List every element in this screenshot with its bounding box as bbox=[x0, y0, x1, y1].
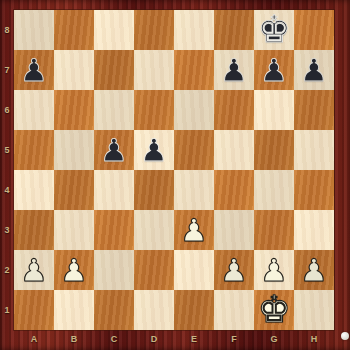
white-pawn[interactable]: ♟ bbox=[180, 210, 208, 250]
square-b6[interactable] bbox=[54, 90, 94, 130]
white-pawn[interactable]: ♟ bbox=[20, 250, 48, 290]
square-g6[interactable] bbox=[254, 90, 294, 130]
square-h5[interactable] bbox=[294, 130, 334, 170]
chess-diagram: ♚♟♟♟♟♟♟♟♟♟♟♟♟♚ 87654321 ABCDEFGH bbox=[0, 0, 350, 350]
square-b8[interactable] bbox=[54, 10, 94, 50]
square-e8[interactable] bbox=[174, 10, 214, 50]
file-label: F bbox=[214, 332, 254, 346]
rank-label: 5 bbox=[0, 130, 14, 170]
rank-label: 4 bbox=[0, 170, 14, 210]
square-d5[interactable]: ♟ bbox=[134, 130, 174, 170]
file-label: B bbox=[54, 332, 94, 346]
square-h4[interactable] bbox=[294, 170, 334, 210]
square-a6[interactable] bbox=[14, 90, 54, 130]
square-g5[interactable] bbox=[254, 130, 294, 170]
square-a1[interactable] bbox=[14, 290, 54, 330]
white-pawn[interactable]: ♟ bbox=[220, 250, 248, 290]
black-king[interactable]: ♚ bbox=[257, 10, 290, 50]
square-d8[interactable] bbox=[134, 10, 174, 50]
square-f1[interactable] bbox=[214, 290, 254, 330]
rank-label: 3 bbox=[0, 210, 14, 250]
square-e5[interactable] bbox=[174, 130, 214, 170]
square-e4[interactable] bbox=[174, 170, 214, 210]
black-pawn[interactable]: ♟ bbox=[220, 50, 248, 90]
square-f7[interactable]: ♟ bbox=[214, 50, 254, 90]
square-b4[interactable] bbox=[54, 170, 94, 210]
square-b2[interactable]: ♟ bbox=[54, 250, 94, 290]
square-c8[interactable] bbox=[94, 10, 134, 50]
square-h7[interactable]: ♟ bbox=[294, 50, 334, 90]
square-e2[interactable] bbox=[174, 250, 214, 290]
square-b5[interactable] bbox=[54, 130, 94, 170]
file-label: C bbox=[94, 332, 134, 346]
square-f2[interactable]: ♟ bbox=[214, 250, 254, 290]
file-label: G bbox=[254, 332, 294, 346]
square-h8[interactable] bbox=[294, 10, 334, 50]
square-a8[interactable] bbox=[14, 10, 54, 50]
square-h2[interactable]: ♟ bbox=[294, 250, 334, 290]
square-a4[interactable] bbox=[14, 170, 54, 210]
square-d3[interactable] bbox=[134, 210, 174, 250]
square-g4[interactable] bbox=[254, 170, 294, 210]
square-c3[interactable] bbox=[94, 210, 134, 250]
file-label: H bbox=[294, 332, 334, 346]
square-f3[interactable] bbox=[214, 210, 254, 250]
rank-label: 1 bbox=[0, 290, 14, 330]
square-e6[interactable] bbox=[174, 90, 214, 130]
square-g7[interactable]: ♟ bbox=[254, 50, 294, 90]
square-f8[interactable] bbox=[214, 10, 254, 50]
square-e1[interactable] bbox=[174, 290, 214, 330]
rank-label: 8 bbox=[0, 10, 14, 50]
square-f4[interactable] bbox=[214, 170, 254, 210]
square-g1[interactable]: ♚ bbox=[254, 290, 294, 330]
square-h6[interactable] bbox=[294, 90, 334, 130]
rank-label: 2 bbox=[0, 250, 14, 290]
black-pawn[interactable]: ♟ bbox=[260, 50, 288, 90]
square-b1[interactable] bbox=[54, 290, 94, 330]
square-d6[interactable] bbox=[134, 90, 174, 130]
square-b3[interactable] bbox=[54, 210, 94, 250]
square-c1[interactable] bbox=[94, 290, 134, 330]
square-f6[interactable] bbox=[214, 90, 254, 130]
white-to-move-indicator bbox=[341, 332, 349, 340]
black-pawn[interactable]: ♟ bbox=[300, 50, 328, 90]
white-pawn[interactable]: ♟ bbox=[260, 250, 288, 290]
black-pawn[interactable]: ♟ bbox=[20, 50, 48, 90]
white-pawn[interactable]: ♟ bbox=[60, 250, 88, 290]
square-a2[interactable]: ♟ bbox=[14, 250, 54, 290]
square-e3[interactable]: ♟ bbox=[174, 210, 214, 250]
square-h1[interactable] bbox=[294, 290, 334, 330]
white-pawn[interactable]: ♟ bbox=[300, 250, 328, 290]
square-d4[interactable] bbox=[134, 170, 174, 210]
rank-label: 6 bbox=[0, 90, 14, 130]
square-c6[interactable] bbox=[94, 90, 134, 130]
square-d1[interactable] bbox=[134, 290, 174, 330]
square-c7[interactable] bbox=[94, 50, 134, 90]
chessboard: ♚♟♟♟♟♟♟♟♟♟♟♟♟♚ bbox=[14, 10, 334, 330]
square-e7[interactable] bbox=[174, 50, 214, 90]
file-label: A bbox=[14, 332, 54, 346]
square-a5[interactable] bbox=[14, 130, 54, 170]
square-g2[interactable]: ♟ bbox=[254, 250, 294, 290]
file-label: D bbox=[134, 332, 174, 346]
square-d7[interactable] bbox=[134, 50, 174, 90]
black-pawn[interactable]: ♟ bbox=[140, 130, 168, 170]
white-king[interactable]: ♚ bbox=[257, 290, 290, 330]
rank-label: 7 bbox=[0, 50, 14, 90]
file-label: E bbox=[174, 332, 214, 346]
square-c2[interactable] bbox=[94, 250, 134, 290]
square-g3[interactable] bbox=[254, 210, 294, 250]
square-g8[interactable]: ♚ bbox=[254, 10, 294, 50]
black-pawn[interactable]: ♟ bbox=[100, 130, 128, 170]
square-a3[interactable] bbox=[14, 210, 54, 250]
square-c4[interactable] bbox=[94, 170, 134, 210]
square-f5[interactable] bbox=[214, 130, 254, 170]
square-d2[interactable] bbox=[134, 250, 174, 290]
square-a7[interactable]: ♟ bbox=[14, 50, 54, 90]
square-b7[interactable] bbox=[54, 50, 94, 90]
square-c5[interactable]: ♟ bbox=[94, 130, 134, 170]
square-h3[interactable] bbox=[294, 210, 334, 250]
